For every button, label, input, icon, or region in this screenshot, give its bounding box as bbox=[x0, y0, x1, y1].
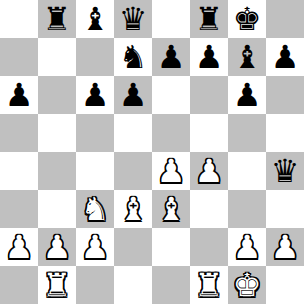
piece-black-rook[interactable]: ♜ bbox=[43, 0, 72, 38]
square-a4[interactable] bbox=[0, 152, 38, 190]
square-c7[interactable] bbox=[76, 38, 114, 76]
square-e6[interactable] bbox=[152, 76, 190, 114]
square-c5[interactable] bbox=[76, 114, 114, 152]
piece-white-pawn[interactable]: ♟ bbox=[271, 228, 300, 266]
square-b3[interactable] bbox=[38, 190, 76, 228]
square-h2[interactable]: ♟ bbox=[266, 228, 304, 266]
piece-black-pawn[interactable]: ♟ bbox=[195, 38, 224, 76]
square-b4[interactable] bbox=[38, 152, 76, 190]
square-a3[interactable] bbox=[0, 190, 38, 228]
piece-black-pawn[interactable]: ♟ bbox=[81, 76, 110, 114]
square-g3[interactable] bbox=[228, 190, 266, 228]
square-h3[interactable] bbox=[266, 190, 304, 228]
square-h6[interactable] bbox=[266, 76, 304, 114]
square-b5[interactable] bbox=[38, 114, 76, 152]
square-b6[interactable] bbox=[38, 76, 76, 114]
square-e8[interactable] bbox=[152, 0, 190, 38]
square-c8[interactable]: ♝ bbox=[76, 0, 114, 38]
piece-black-queen[interactable]: ♛ bbox=[271, 152, 300, 190]
square-g7[interactable]: ♝ bbox=[228, 38, 266, 76]
piece-white-pawn[interactable]: ♟ bbox=[233, 228, 262, 266]
square-e7[interactable]: ♟ bbox=[152, 38, 190, 76]
square-g2[interactable]: ♟ bbox=[228, 228, 266, 266]
piece-white-knight[interactable]: ♞ bbox=[81, 190, 110, 228]
piece-black-pawn[interactable]: ♟ bbox=[271, 38, 300, 76]
square-a2[interactable]: ♟ bbox=[0, 228, 38, 266]
square-c6[interactable]: ♟ bbox=[76, 76, 114, 114]
square-a5[interactable] bbox=[0, 114, 38, 152]
square-f3[interactable] bbox=[190, 190, 228, 228]
piece-white-bishop[interactable]: ♝ bbox=[119, 190, 148, 228]
square-h4[interactable]: ♛ bbox=[266, 152, 304, 190]
piece-black-bishop[interactable]: ♝ bbox=[233, 38, 262, 76]
square-h5[interactable] bbox=[266, 114, 304, 152]
square-e2[interactable] bbox=[152, 228, 190, 266]
square-f8[interactable]: ♜ bbox=[190, 0, 228, 38]
square-e4[interactable]: ♟ bbox=[152, 152, 190, 190]
square-b1[interactable]: ♜ bbox=[38, 266, 76, 304]
square-f1[interactable]: ♜ bbox=[190, 266, 228, 304]
piece-black-pawn[interactable]: ♟ bbox=[233, 76, 262, 114]
square-h7[interactable]: ♟ bbox=[266, 38, 304, 76]
piece-black-bishop[interactable]: ♝ bbox=[81, 0, 110, 38]
piece-black-pawn[interactable]: ♟ bbox=[5, 76, 34, 114]
square-h1[interactable] bbox=[266, 266, 304, 304]
square-g4[interactable] bbox=[228, 152, 266, 190]
square-e3[interactable]: ♝ bbox=[152, 190, 190, 228]
square-f2[interactable] bbox=[190, 228, 228, 266]
square-d5[interactable] bbox=[114, 114, 152, 152]
square-c3[interactable]: ♞ bbox=[76, 190, 114, 228]
piece-white-bishop[interactable]: ♝ bbox=[157, 190, 186, 228]
piece-black-rook[interactable]: ♜ bbox=[195, 0, 224, 38]
square-d7[interactable]: ♞ bbox=[114, 38, 152, 76]
piece-white-pawn[interactable]: ♟ bbox=[157, 152, 186, 190]
chess-board: ♜♝♛♜♚♞♟♟♝♟♟♟♟♟♟♟♛♞♝♝♟♟♟♟♟♜♜♚ bbox=[0, 0, 304, 304]
square-e1[interactable] bbox=[152, 266, 190, 304]
square-a1[interactable] bbox=[0, 266, 38, 304]
square-d8[interactable]: ♛ bbox=[114, 0, 152, 38]
piece-white-pawn[interactable]: ♟ bbox=[43, 228, 72, 266]
square-d1[interactable] bbox=[114, 266, 152, 304]
piece-white-pawn[interactable]: ♟ bbox=[81, 228, 110, 266]
piece-black-king[interactable]: ♚ bbox=[233, 0, 262, 38]
square-b8[interactable]: ♜ bbox=[38, 0, 76, 38]
square-g6[interactable]: ♟ bbox=[228, 76, 266, 114]
square-f4[interactable]: ♟ bbox=[190, 152, 228, 190]
square-d2[interactable] bbox=[114, 228, 152, 266]
piece-black-pawn[interactable]: ♟ bbox=[157, 38, 186, 76]
square-f6[interactable] bbox=[190, 76, 228, 114]
square-g5[interactable] bbox=[228, 114, 266, 152]
square-b2[interactable]: ♟ bbox=[38, 228, 76, 266]
piece-white-pawn[interactable]: ♟ bbox=[5, 228, 34, 266]
square-a7[interactable] bbox=[0, 38, 38, 76]
square-g8[interactable]: ♚ bbox=[228, 0, 266, 38]
square-c1[interactable] bbox=[76, 266, 114, 304]
square-d6[interactable]: ♟ bbox=[114, 76, 152, 114]
piece-white-pawn[interactable]: ♟ bbox=[195, 152, 224, 190]
piece-white-rook[interactable]: ♜ bbox=[195, 266, 224, 304]
square-f5[interactable] bbox=[190, 114, 228, 152]
square-d3[interactable]: ♝ bbox=[114, 190, 152, 228]
piece-black-pawn[interactable]: ♟ bbox=[119, 76, 148, 114]
square-c4[interactable] bbox=[76, 152, 114, 190]
square-h8[interactable] bbox=[266, 0, 304, 38]
square-a6[interactable]: ♟ bbox=[0, 76, 38, 114]
piece-black-knight[interactable]: ♞ bbox=[119, 38, 148, 76]
square-c2[interactable]: ♟ bbox=[76, 228, 114, 266]
square-d4[interactable] bbox=[114, 152, 152, 190]
square-e5[interactable] bbox=[152, 114, 190, 152]
square-a8[interactable] bbox=[0, 0, 38, 38]
piece-white-rook[interactable]: ♜ bbox=[43, 266, 72, 304]
square-f7[interactable]: ♟ bbox=[190, 38, 228, 76]
piece-black-queen[interactable]: ♛ bbox=[119, 0, 148, 38]
square-g1[interactable]: ♚ bbox=[228, 266, 266, 304]
piece-white-king[interactable]: ♚ bbox=[233, 266, 262, 304]
square-b7[interactable] bbox=[38, 38, 76, 76]
